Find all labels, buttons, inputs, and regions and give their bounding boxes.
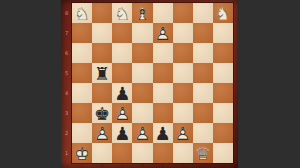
white-piece-outline: ♙ [132, 123, 152, 143]
stage: 87654321 abcdefgh ♞♘♞♘♝♗♞♘♟♙♜♟♚♟♙♟♙♟♟♙♟♟… [0, 0, 300, 168]
file-label-f: f [173, 163, 193, 168]
square-a6[interactable] [72, 43, 92, 63]
piece-black-pawn-e2[interactable]: ♟ [153, 123, 173, 143]
square-d6[interactable] [132, 43, 152, 63]
square-b2[interactable]: ♟♙ [92, 123, 112, 143]
square-c1[interactable] [112, 143, 132, 163]
square-f8[interactable] [173, 3, 193, 23]
square-d8[interactable]: ♝♗ [132, 3, 152, 23]
white-piece-outline: ♙ [112, 103, 132, 123]
white-piece-outline: ♗ [132, 3, 152, 23]
piece-black-king-b3[interactable]: ♚ [92, 103, 112, 123]
square-b5[interactable]: ♜ [92, 63, 112, 83]
chess-board: ♞♘♞♘♝♗♞♘♟♙♜♟♚♟♙♟♙♟♟♙♟♟♙♚♔♛♕ [72, 3, 233, 163]
black-piece-glyph: ♟ [153, 123, 173, 143]
square-c4[interactable]: ♟ [112, 83, 132, 103]
square-f5[interactable] [173, 63, 193, 83]
piece-white-pawn-f2[interactable]: ♟♙ [173, 123, 193, 143]
white-piece-outline: ♙ [92, 123, 112, 143]
black-piece-glyph: ♟ [112, 83, 132, 103]
square-c7[interactable] [112, 23, 132, 43]
black-piece-glyph: ♟ [112, 123, 132, 143]
white-piece-outline: ♘ [72, 3, 92, 23]
square-f4[interactable] [173, 83, 193, 103]
piece-white-knight-c8[interactable]: ♞♘ [112, 3, 132, 23]
rank-label-8: 8 [61, 3, 72, 23]
piece-white-queen-g1[interactable]: ♛♕ [193, 143, 213, 163]
piece-white-pawn-d2[interactable]: ♟♙ [132, 123, 152, 143]
black-piece-glyph: ♜ [92, 63, 112, 83]
square-h3[interactable] [213, 103, 233, 123]
white-piece-outline: ♙ [173, 123, 193, 143]
square-h4[interactable] [213, 83, 233, 103]
square-g3[interactable] [193, 103, 213, 123]
white-piece-outline: ♘ [213, 3, 233, 23]
rank-label-4: 4 [61, 83, 72, 103]
square-a2[interactable] [72, 123, 92, 143]
square-c6[interactable] [112, 43, 132, 63]
rank-label-6: 6 [61, 43, 72, 63]
square-d2[interactable]: ♟♙ [132, 123, 152, 143]
white-piece-outline: ♕ [193, 143, 213, 163]
square-d1[interactable] [132, 143, 152, 163]
square-a3[interactable] [72, 103, 92, 123]
square-f1[interactable] [173, 143, 193, 163]
square-g7[interactable] [193, 23, 213, 43]
square-c2[interactable]: ♟ [112, 123, 132, 143]
square-e7[interactable]: ♟♙ [153, 23, 173, 43]
square-d5[interactable] [132, 63, 152, 83]
white-piece-outline: ♘ [112, 3, 132, 23]
piece-white-king-a1[interactable]: ♚♔ [72, 143, 92, 163]
file-label-b: b [92, 163, 112, 168]
piece-black-pawn-c4[interactable]: ♟ [112, 83, 132, 103]
square-c3[interactable]: ♟♙ [112, 103, 132, 123]
square-f7[interactable] [173, 23, 193, 43]
square-e5[interactable] [153, 63, 173, 83]
square-a7[interactable] [72, 23, 92, 43]
square-a5[interactable] [72, 63, 92, 83]
square-b3[interactable]: ♚ [92, 103, 112, 123]
square-g6[interactable] [193, 43, 213, 63]
square-f6[interactable] [173, 43, 193, 63]
square-a1[interactable]: ♚♔ [72, 143, 92, 163]
square-e2[interactable]: ♟ [153, 123, 173, 143]
square-h2[interactable] [213, 123, 233, 143]
square-d4[interactable] [132, 83, 152, 103]
rank-label-2: 2 [61, 123, 72, 143]
square-b4[interactable] [92, 83, 112, 103]
white-piece-outline: ♙ [153, 23, 173, 43]
file-label-h: h [213, 163, 233, 168]
square-f2[interactable]: ♟♙ [173, 123, 193, 143]
piece-white-knight-a8[interactable]: ♞♘ [72, 3, 92, 23]
rank-label-5: 5 [61, 63, 72, 83]
square-b1[interactable] [92, 143, 112, 163]
square-e8[interactable] [153, 3, 173, 23]
square-f3[interactable] [173, 103, 193, 123]
square-c8[interactable]: ♞♘ [112, 3, 132, 23]
square-g8[interactable] [193, 3, 213, 23]
black-piece-glyph: ♚ [92, 103, 112, 123]
rank-label-1: 1 [61, 143, 72, 163]
square-h8[interactable]: ♞♘ [213, 3, 233, 23]
square-e6[interactable] [153, 43, 173, 63]
rank-labels: 87654321 [61, 3, 72, 163]
chess-board-frame: 87654321 abcdefgh ♞♘♞♘♝♗♞♘♟♙♜♟♚♟♙♟♙♟♟♙♟♟… [61, 0, 238, 168]
piece-black-pawn-c2[interactable]: ♟ [112, 123, 132, 143]
square-g2[interactable] [193, 123, 213, 143]
file-label-c: c [112, 163, 132, 168]
square-e1[interactable] [153, 143, 173, 163]
square-e3[interactable] [153, 103, 173, 123]
square-h5[interactable] [213, 63, 233, 83]
square-h7[interactable] [213, 23, 233, 43]
square-c5[interactable] [112, 63, 132, 83]
square-d3[interactable] [132, 103, 152, 123]
square-a8[interactable]: ♞♘ [72, 3, 92, 23]
piece-white-pawn-e7[interactable]: ♟♙ [153, 23, 173, 43]
white-piece-outline: ♔ [72, 143, 92, 163]
square-g1[interactable]: ♛♕ [193, 143, 213, 163]
file-label-e: e [153, 163, 173, 168]
square-b8[interactable] [92, 3, 112, 23]
rank-label-7: 7 [61, 23, 72, 43]
piece-white-bishop-d8[interactable]: ♝♗ [132, 3, 152, 23]
square-b6[interactable] [92, 43, 112, 63]
square-g4[interactable] [193, 83, 213, 103]
piece-black-rook-b5[interactable]: ♜ [92, 63, 112, 83]
piece-white-knight-h8[interactable]: ♞♘ [213, 3, 233, 23]
square-h1[interactable] [213, 143, 233, 163]
square-d7[interactable] [132, 23, 152, 43]
square-a4[interactable] [72, 83, 92, 103]
rank-label-3: 3 [61, 103, 72, 123]
square-h6[interactable] [213, 43, 233, 63]
piece-white-pawn-c3[interactable]: ♟♙ [112, 103, 132, 123]
piece-white-pawn-b2[interactable]: ♟♙ [92, 123, 112, 143]
square-b7[interactable] [92, 23, 112, 43]
square-e4[interactable] [153, 83, 173, 103]
square-g5[interactable] [193, 63, 213, 83]
file-label-d: d [132, 163, 152, 168]
